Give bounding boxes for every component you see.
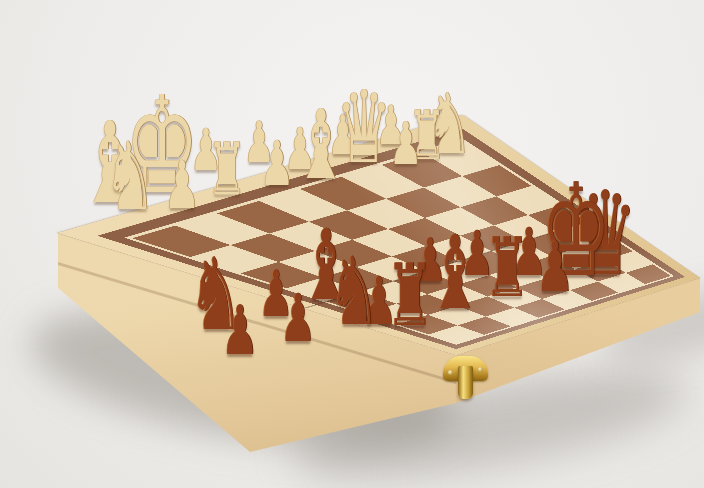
- piece-black-rook-g7[interactable]: ♜: [484, 227, 530, 309]
- piece-black-bishop-f7[interactable]: ♝: [427, 222, 484, 324]
- chess-set-photo: ♝♞♚♟♟♜♟♟♟♝♟♛♟♟♜♞♞♟♟♟♝♞♟♜♟♝♟♜♟♟♚♛: [0, 0, 704, 488]
- piece-black-pawn-h7[interactable]: ♟: [536, 232, 575, 302]
- latch-screw-icon: [478, 367, 483, 372]
- piece-black-rook-e7[interactable]: ♜: [386, 252, 434, 338]
- piece-white-knight-a2[interactable]: ♞: [104, 130, 156, 224]
- piece-white-rook-c2[interactable]: ♜: [207, 133, 247, 205]
- piece-white-pawn-d2[interactable]: ♟: [260, 133, 294, 195]
- brass-latch[interactable]: [443, 354, 489, 400]
- piece-white-pawn-b2[interactable]: ♟: [164, 153, 201, 219]
- cast-shadow: [286, 348, 695, 488]
- piece-white-bishop-e2[interactable]: ♝: [294, 97, 347, 193]
- latch-tongue-icon[interactable]: [458, 366, 473, 399]
- piece-black-pawn-b7[interactable]: ♟: [221, 297, 259, 365]
- piece-black-knight-d7[interactable]: ♞: [328, 245, 380, 339]
- latch-screw-icon: [448, 370, 453, 375]
- piece-black-pawn-c7[interactable]: ♟: [280, 286, 317, 352]
- piece-white-pawn-g2[interactable]: ♟: [390, 114, 423, 173]
